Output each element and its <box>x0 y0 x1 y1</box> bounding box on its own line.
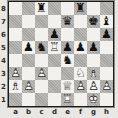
rank-label-1: 1 <box>0 93 8 106</box>
square-c2 <box>35 80 48 93</box>
square-a5 <box>9 41 22 54</box>
board-frame: ♜♜♛♚♝♟♟♟♞♜♖♟♟♟♞♟♙♟♙♞♘♝♗♝♗♟♙♛♕♟♙♟♙♟♙♜♖♚♔ <box>8 1 114 107</box>
square-b8 <box>22 2 35 15</box>
piece-white-bishop: ♗ <box>9 80 22 93</box>
piece-black-queen: ♛ <box>61 15 74 28</box>
square-b7 <box>22 15 35 28</box>
rank-label-8: 8 <box>0 2 8 15</box>
square-e1: ♜♖ <box>61 93 74 106</box>
file-label-g: g <box>87 108 100 117</box>
square-f1 <box>74 93 87 106</box>
square-c3: ♟♙ <box>35 67 48 80</box>
piece-black-knight: ♞ <box>61 54 74 67</box>
square-a2: ♝♗ <box>9 80 22 93</box>
square-a6 <box>9 28 22 41</box>
square-b2: ♟♙ <box>22 80 35 93</box>
square-c7 <box>35 15 48 28</box>
rank-label-2: 2 <box>0 80 8 93</box>
piece-black-king: ♚ <box>87 15 100 28</box>
square-c5: ♞ <box>35 41 48 54</box>
square-h6: ♟ <box>100 28 113 41</box>
square-h4 <box>100 54 113 67</box>
square-c1 <box>35 93 48 106</box>
square-g7: ♚ <box>87 15 100 28</box>
square-b1 <box>22 93 35 106</box>
piece-white-pawn: ♙ <box>35 67 48 80</box>
square-h5 <box>100 41 113 54</box>
square-e7: ♛ <box>61 15 74 28</box>
board: ♜♜♛♚♝♟♟♟♞♜♖♟♟♟♞♟♙♟♙♞♘♝♗♝♗♟♙♛♕♟♙♟♙♟♙♜♖♚♔ <box>9 2 113 106</box>
square-a1 <box>9 93 22 106</box>
file-label-c: c <box>35 108 48 117</box>
rank-label-6: 6 <box>0 28 8 41</box>
file-label-d: d <box>48 108 61 117</box>
square-d1 <box>48 93 61 106</box>
file-label-e: e <box>61 108 74 117</box>
square-f7 <box>74 15 87 28</box>
rank-label-7: 7 <box>0 15 8 28</box>
square-f8: ♜ <box>74 2 87 15</box>
square-d8 <box>48 2 61 15</box>
file-label-a: a <box>9 108 22 117</box>
rank-label-3: 3 <box>0 67 8 80</box>
square-b5: ♟ <box>22 41 35 54</box>
piece-black-rook: ♜ <box>74 2 87 15</box>
piece-black-rook: ♜ <box>35 2 48 15</box>
square-h2: ♟♙ <box>100 80 113 93</box>
square-d5: ♜♖ <box>48 41 61 54</box>
piece-white-pawn: ♙ <box>22 80 35 93</box>
square-g5: ♟ <box>87 41 100 54</box>
piece-white-pawn: ♙ <box>74 80 87 93</box>
rank-label-4: 4 <box>0 54 8 67</box>
square-f5: ♟ <box>74 41 87 54</box>
square-a7 <box>9 15 22 28</box>
square-f2: ♟♙ <box>74 80 87 93</box>
piece-white-king: ♔ <box>87 93 100 106</box>
piece-black-pawn: ♟ <box>87 41 100 54</box>
file-labels: abcdefgh <box>9 108 113 117</box>
square-d4 <box>48 54 61 67</box>
piece-white-rook: ♖ <box>61 93 74 106</box>
square-c8: ♜ <box>35 2 48 15</box>
square-d3 <box>48 67 61 80</box>
piece-black-pawn: ♟ <box>100 28 113 41</box>
square-a8 <box>9 2 22 15</box>
piece-black-pawn: ♟ <box>22 41 35 54</box>
rank-labels: 87654321 <box>0 2 8 106</box>
piece-white-rook: ♖ <box>48 41 61 54</box>
piece-black-knight: ♞ <box>35 41 48 54</box>
square-h1 <box>100 93 113 106</box>
square-d2 <box>48 80 61 93</box>
square-b4 <box>22 54 35 67</box>
piece-white-pawn: ♙ <box>100 80 113 93</box>
square-g1: ♚♔ <box>87 93 100 106</box>
chess-diagram: 87654321 ♜♜♛♚♝♟♟♟♞♜♖♟♟♟♞♟♙♟♙♞♘♝♗♝♗♟♙♛♕♟♙… <box>0 0 118 118</box>
file-label-h: h <box>100 108 113 117</box>
rank-label-5: 5 <box>0 41 8 54</box>
file-label-f: f <box>74 108 87 117</box>
piece-black-pawn: ♟ <box>74 41 87 54</box>
file-label-b: b <box>22 108 35 117</box>
square-e4: ♞ <box>61 54 74 67</box>
board-area: ♜♜♛♚♝♟♟♟♞♜♖♟♟♟♞♟♙♟♙♞♘♝♗♝♗♟♙♛♕♟♙♟♙♟♙♜♖♚♔ <box>8 1 114 107</box>
